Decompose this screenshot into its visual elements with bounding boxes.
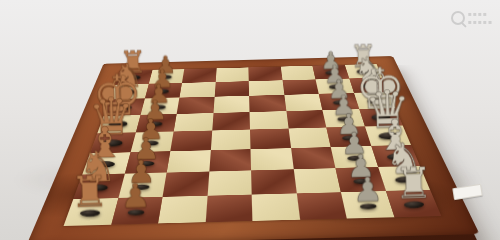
board-square	[170, 130, 212, 151]
piece-glyph: ♜	[394, 161, 433, 204]
board-square	[296, 192, 347, 212]
chess-board: ♜♟♟♜♞♟♟♞♝♟♟♝♚♟♟♚♛♟♟♛♝♟♟♝♞♟♟♞♜♟♟♜	[26, 56, 479, 212]
piece-black-rook: ♜	[394, 161, 433, 208]
piece-glyph: ♟	[120, 179, 151, 212]
board-square	[205, 194, 252, 212]
board-square	[286, 110, 326, 129]
watermark: ▪▪▪▪ ▪▪▪▪▪	[451, 10, 493, 25]
piece-glyph: ♜	[70, 170, 109, 212]
piece-black-pawn: ♟	[352, 173, 383, 210]
board-square	[293, 168, 341, 193]
board-square	[215, 67, 248, 81]
board-square: ♜	[385, 189, 441, 212]
board-square	[207, 170, 252, 195]
board-square	[284, 94, 322, 111]
photo-scene: ♜♟♟♜♞♟♟♞♝♟♟♝♚♟♟♚♛♟♟♛♝♟♟♝♞♟♟♞♜♟♟♜ ▪▪▪▪ ▪▪…	[0, 0, 500, 212]
board-square	[249, 80, 284, 96]
board-frame: ♜♟♟♜♞♟♟♞♝♟♟♝♚♟♟♚♛♟♟♛♝♟♟♝♞♟♟♞♜♟♟♜	[26, 56, 479, 212]
piece-white-pawn: ♟	[120, 179, 151, 212]
board-square	[167, 150, 211, 173]
board-square	[288, 127, 331, 147]
board-square	[210, 129, 250, 149]
board-square	[252, 193, 300, 212]
magnifier-icon	[451, 11, 465, 25]
board-square	[250, 111, 289, 130]
board-square	[179, 81, 215, 97]
board-square	[251, 169, 296, 194]
piece-base	[404, 201, 424, 208]
board-square: ♟	[111, 196, 163, 212]
board-square: ♜	[64, 197, 118, 212]
board-square	[177, 96, 215, 113]
board-square	[250, 128, 291, 148]
board-square	[214, 81, 249, 97]
watermark-text-line1: ▪▪▪▪	[468, 10, 493, 17]
board-square	[248, 66, 282, 80]
board-square	[213, 95, 249, 112]
board-square	[291, 146, 336, 168]
board-square	[174, 112, 213, 131]
board-grid: ♜♟♟♜♞♟♟♞♝♟♟♝♚♟♟♚♛♟♟♛♝♟♟♝♞♟♟♞♜♟♟♜	[64, 64, 442, 212]
board-square	[209, 149, 251, 172]
board-square	[249, 94, 286, 111]
board-square	[250, 147, 293, 170]
piece-glyph: ♟	[352, 173, 383, 207]
board-square	[163, 171, 209, 196]
board-square	[212, 111, 250, 130]
watermark-text: ▪▪▪▪ ▪▪▪▪▪	[468, 10, 493, 25]
board-square	[158, 195, 207, 212]
board-square	[182, 68, 216, 82]
board-square	[282, 79, 319, 95]
watermark-text-line2: ▪▪▪▪▪	[468, 18, 493, 25]
piece-white-rook: ♜	[70, 170, 109, 212]
board-square	[280, 65, 315, 79]
